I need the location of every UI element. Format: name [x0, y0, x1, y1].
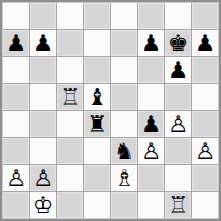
black-pawn[interactable]: ♟ — [6, 30, 27, 56]
square-e8[interactable] — [111, 3, 137, 29]
square-a6[interactable] — [3, 57, 29, 83]
black-pawn[interactable]: ♟ — [168, 57, 189, 83]
white-king[interactable]: ♔ — [33, 192, 54, 218]
square-a5[interactable] — [3, 84, 29, 110]
black-pawn[interactable]: ♟ — [141, 30, 162, 56]
white-rook[interactable]: ♖ — [168, 192, 189, 218]
square-c6[interactable] — [57, 57, 83, 83]
square-d1[interactable] — [84, 192, 110, 218]
square-d7[interactable] — [84, 30, 110, 56]
square-a3[interactable] — [3, 138, 29, 164]
square-h1[interactable] — [192, 192, 218, 218]
square-a7[interactable]: ♟ — [3, 30, 29, 56]
black-rook[interactable]: ♜ — [87, 111, 108, 137]
square-b7[interactable]: ♟ — [30, 30, 56, 56]
square-f7[interactable]: ♟ — [138, 30, 164, 56]
black-pawn[interactable]: ♟ — [33, 30, 54, 56]
black-bishop[interactable]: ♝ — [87, 84, 108, 110]
square-h6[interactable] — [192, 57, 218, 83]
square-h4[interactable] — [192, 111, 218, 137]
square-e2[interactable]: ♗ — [111, 165, 137, 191]
black-king[interactable]: ♚ — [168, 30, 189, 56]
square-f6[interactable] — [138, 57, 164, 83]
white-pawn[interactable]: ♙ — [141, 138, 162, 164]
square-d8[interactable] — [84, 3, 110, 29]
square-b6[interactable] — [30, 57, 56, 83]
square-a2[interactable]: ♙ — [3, 165, 29, 191]
square-a8[interactable] — [3, 3, 29, 29]
square-f3[interactable]: ♙ — [138, 138, 164, 164]
square-a1[interactable] — [3, 192, 29, 218]
square-e5[interactable] — [111, 84, 137, 110]
square-g5[interactable] — [165, 84, 191, 110]
black-pawn[interactable]: ♟ — [195, 30, 216, 56]
square-g4[interactable]: ♙ — [165, 111, 191, 137]
square-b2[interactable]: ♙ — [30, 165, 56, 191]
square-e1[interactable] — [111, 192, 137, 218]
square-b5[interactable] — [30, 84, 56, 110]
square-g6[interactable]: ♟ — [165, 57, 191, 83]
square-c3[interactable] — [57, 138, 83, 164]
square-b8[interactable] — [30, 3, 56, 29]
square-d6[interactable] — [84, 57, 110, 83]
square-h8[interactable] — [192, 3, 218, 29]
square-f5[interactable] — [138, 84, 164, 110]
square-f1[interactable] — [138, 192, 164, 218]
square-g2[interactable] — [165, 165, 191, 191]
square-c5[interactable]: ♖ — [57, 84, 83, 110]
square-g8[interactable] — [165, 3, 191, 29]
square-c1[interactable] — [57, 192, 83, 218]
square-g1[interactable]: ♖ — [165, 192, 191, 218]
white-rook[interactable]: ♖ — [60, 84, 81, 110]
square-f4[interactable]: ♟ — [138, 111, 164, 137]
square-g3[interactable] — [165, 138, 191, 164]
chess-board-frame: ♟♟♟♚♟♟♖♝♜♟♙♞♙♙♙♙♗♔♖ — [0, 0, 221, 221]
square-g7[interactable]: ♚ — [165, 30, 191, 56]
square-e3[interactable]: ♞ — [111, 138, 137, 164]
square-b1[interactable]: ♔ — [30, 192, 56, 218]
square-c4[interactable] — [57, 111, 83, 137]
white-pawn[interactable]: ♙ — [33, 165, 54, 191]
square-d3[interactable] — [84, 138, 110, 164]
square-h2[interactable] — [192, 165, 218, 191]
square-b3[interactable] — [30, 138, 56, 164]
square-f8[interactable] — [138, 3, 164, 29]
black-knight[interactable]: ♞ — [114, 138, 135, 164]
square-c2[interactable] — [57, 165, 83, 191]
square-d2[interactable] — [84, 165, 110, 191]
square-d4[interactable]: ♜ — [84, 111, 110, 137]
square-h3[interactable]: ♙ — [192, 138, 218, 164]
white-bishop[interactable]: ♗ — [114, 165, 135, 191]
square-c8[interactable] — [57, 3, 83, 29]
square-e4[interactable] — [111, 111, 137, 137]
black-pawn[interactable]: ♟ — [141, 111, 162, 137]
white-pawn[interactable]: ♙ — [195, 138, 216, 164]
square-h7[interactable]: ♟ — [192, 30, 218, 56]
square-e6[interactable] — [111, 57, 137, 83]
square-c7[interactable] — [57, 30, 83, 56]
square-d5[interactable]: ♝ — [84, 84, 110, 110]
chess-board: ♟♟♟♚♟♟♖♝♜♟♙♞♙♙♙♙♗♔♖ — [3, 3, 218, 218]
square-h5[interactable] — [192, 84, 218, 110]
square-a4[interactable] — [3, 111, 29, 137]
white-pawn[interactable]: ♙ — [6, 165, 27, 191]
square-f2[interactable] — [138, 165, 164, 191]
square-e7[interactable] — [111, 30, 137, 56]
square-b4[interactable] — [30, 111, 56, 137]
white-pawn[interactable]: ♙ — [168, 111, 189, 137]
